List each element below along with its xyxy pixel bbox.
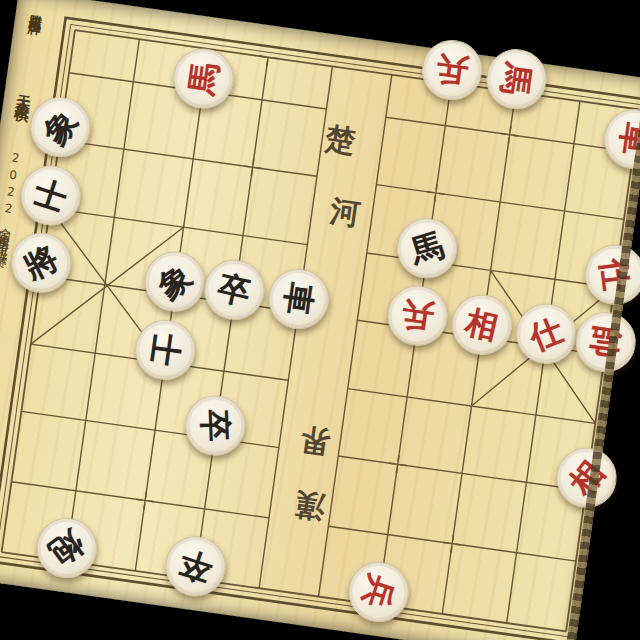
xiangqi-board: 腾讯棋牌 天天象棋 2022全国象棋男子甲级联赛 楚 河 界 漢 象士將炮馬象士…	[0, 0, 640, 640]
river-label-chu: 楚	[323, 123, 357, 157]
piece-glyph: 象	[38, 105, 83, 150]
piece-glyph: 將	[20, 241, 63, 284]
photo-scene: 腾讯棋牌 天天象棋 2022全国象棋男子甲级联赛 楚 河 界 漢 象士將炮馬象士…	[0, 0, 640, 640]
piece-glyph: 炮	[44, 526, 89, 571]
piece-glyph: 象	[153, 259, 198, 304]
piece-glyph: 仕	[525, 313, 567, 355]
river-label-he: 河	[328, 196, 362, 230]
piece-glyph: 士	[31, 175, 71, 215]
piece-glyph: 卒	[199, 409, 232, 442]
piece-glyph: 相	[463, 305, 501, 343]
river-label-jie: 界	[298, 424, 332, 458]
piece-glyph: 馬	[185, 60, 221, 96]
piece-glyph: 兵	[399, 298, 435, 334]
piece-glyph: 卒	[215, 271, 253, 309]
river-label-han: 漢	[293, 489, 327, 523]
piece-glyph: 車	[281, 281, 317, 317]
brand-text: 腾讯棋牌	[29, 4, 45, 14]
piece-glyph: 兵	[359, 572, 399, 612]
piece-glyph: 士	[147, 332, 183, 368]
piece-glyph: 馬	[407, 228, 447, 268]
piece-glyph: 卒	[175, 546, 215, 586]
piece-glyph: 馬	[498, 61, 534, 97]
app-name-text: 天天象棋	[15, 82, 35, 100]
piece-glyph: 兵	[434, 52, 470, 88]
